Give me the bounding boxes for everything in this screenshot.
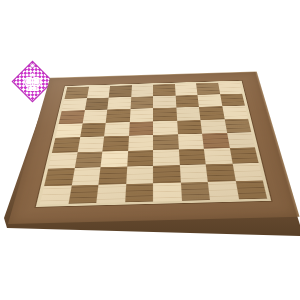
square-r1c7	[220, 93, 245, 106]
square-r7c4	[153, 182, 181, 201]
square-r1c3	[130, 96, 153, 109]
square-r6c3	[126, 166, 153, 184]
square-r0c4	[153, 84, 175, 96]
square-r1c2	[107, 97, 131, 110]
square-r7c5	[180, 182, 210, 201]
square-r4c5	[178, 134, 204, 150]
square-r0c0	[65, 87, 89, 99]
square-r3c4	[153, 120, 178, 135]
square-r4c6	[202, 133, 229, 149]
square-r1c1	[84, 97, 108, 110]
chessboard	[0, 0, 300, 300]
square-r5c4	[153, 149, 179, 166]
square-r3c0	[55, 123, 82, 138]
square-r6c0	[44, 168, 74, 186]
square-r7c0	[40, 185, 71, 204]
square-r5c6	[204, 148, 232, 165]
square-r7c2	[96, 184, 125, 203]
square-r0c6	[196, 83, 220, 95]
square-r6c7	[232, 163, 263, 181]
square-r2c7	[222, 105, 248, 119]
square-r4c3	[128, 135, 153, 151]
square-r4c0	[52, 137, 80, 153]
square-r4c7	[227, 132, 255, 148]
square-r6c1	[71, 167, 100, 185]
square-r3c3	[129, 121, 153, 136]
square-r3c5	[177, 120, 202, 135]
square-r0c5	[175, 83, 198, 95]
square-r3c7	[224, 118, 251, 133]
board-field	[36, 81, 271, 207]
square-r7c1	[68, 184, 98, 203]
square-r7c7	[235, 180, 267, 199]
square-r1c6	[197, 94, 221, 107]
square-r5c1	[74, 151, 102, 168]
square-r1c4	[153, 95, 176, 108]
square-r7c6	[208, 181, 239, 200]
square-r4c2	[102, 136, 128, 152]
square-r3c2	[104, 122, 129, 137]
square-r4c1	[77, 136, 104, 152]
square-r7c3	[125, 183, 153, 202]
square-r5c0	[48, 152, 77, 169]
board-frame	[8, 71, 300, 224]
square-r6c5	[179, 164, 207, 182]
square-r5c7	[229, 147, 258, 164]
square-r4c4	[153, 134, 178, 150]
square-r3c6	[200, 119, 226, 134]
square-r2c6	[199, 106, 224, 120]
board-grid	[40, 82, 267, 204]
square-r2c4	[153, 108, 177, 122]
square-r2c0	[59, 110, 85, 124]
square-r2c1	[82, 110, 107, 124]
square-r1c5	[175, 95, 199, 108]
square-r5c3	[127, 150, 153, 167]
board-top	[8, 71, 300, 224]
square-r2c3	[129, 108, 153, 122]
product-photo-stage: ♚	[0, 0, 300, 300]
square-r0c7	[218, 82, 242, 94]
square-r5c5	[178, 148, 205, 165]
square-r0c1	[87, 86, 110, 98]
square-r2c5	[176, 107, 200, 121]
square-r0c3	[131, 85, 153, 97]
square-r5c2	[100, 151, 127, 168]
square-r1c0	[62, 98, 87, 111]
square-r2c2	[106, 109, 130, 123]
square-r6c2	[98, 167, 126, 185]
square-r0c2	[109, 85, 132, 97]
square-r6c4	[153, 165, 180, 183]
square-r6c6	[206, 164, 235, 182]
square-r3c1	[80, 123, 106, 138]
